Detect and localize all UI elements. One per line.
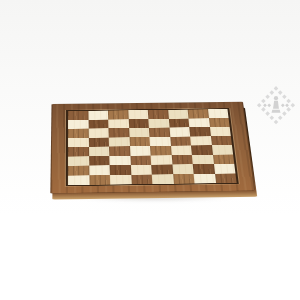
square-d1 (131, 174, 153, 184)
square-c4 (109, 146, 130, 156)
square-f2 (172, 164, 194, 174)
square-h8 (208, 109, 229, 118)
square-f5 (170, 136, 191, 145)
square-b2 (89, 165, 110, 175)
square-c3 (109, 156, 130, 166)
square-h3 (212, 154, 234, 164)
square-e1 (152, 174, 174, 184)
square-e5 (149, 137, 170, 146)
square-e7 (148, 119, 169, 128)
square-b8 (88, 111, 108, 120)
square-d4 (130, 146, 151, 156)
square-a6 (68, 129, 88, 138)
square-c2 (110, 165, 131, 175)
square-g6 (189, 127, 210, 136)
square-c6 (108, 128, 129, 137)
square-c1 (110, 175, 131, 185)
square-b3 (89, 156, 110, 166)
square-c7 (108, 119, 128, 128)
square-a2 (68, 166, 89, 176)
square-h5 (210, 136, 231, 145)
square-d8 (128, 110, 148, 119)
square-h7 (208, 118, 229, 127)
square-a4 (68, 147, 89, 157)
square-a5 (68, 138, 89, 147)
square-b7 (88, 119, 108, 128)
product-photo-scene (0, 0, 300, 300)
square-b5 (88, 137, 109, 146)
square-g3 (192, 155, 214, 165)
square-e4 (150, 146, 171, 156)
board-frame (50, 102, 255, 194)
square-a8 (68, 111, 88, 120)
square-d2 (130, 165, 151, 175)
square-f1 (173, 174, 195, 184)
square-h6 (209, 127, 230, 136)
square-e8 (148, 110, 169, 119)
square-b1 (89, 175, 110, 185)
square-e2 (151, 164, 173, 174)
shop-logo-watermark-icon (255, 84, 297, 126)
square-d5 (129, 137, 150, 146)
square-e3 (151, 155, 172, 165)
square-b4 (88, 147, 109, 157)
board-squares-grid (66, 108, 239, 186)
square-h4 (211, 145, 233, 155)
square-b6 (88, 128, 109, 137)
square-a1 (68, 175, 89, 185)
square-a3 (68, 156, 89, 166)
square-e6 (149, 128, 170, 137)
square-d6 (129, 128, 150, 137)
square-c8 (108, 110, 128, 119)
square-f6 (169, 127, 190, 136)
square-d7 (128, 119, 149, 128)
square-g2 (193, 164, 215, 174)
square-g4 (191, 145, 212, 155)
square-d3 (130, 155, 151, 165)
square-a7 (68, 120, 88, 129)
square-g8 (188, 109, 209, 118)
square-h2 (213, 164, 235, 174)
square-g1 (194, 174, 216, 184)
square-f3 (171, 155, 193, 165)
chessboard (51, 47, 249, 245)
square-c5 (109, 137, 130, 146)
square-f8 (168, 110, 189, 119)
square-f4 (170, 145, 191, 155)
square-g7 (188, 118, 209, 127)
square-f7 (168, 118, 189, 127)
square-g5 (190, 136, 211, 145)
square-h1 (215, 173, 237, 183)
